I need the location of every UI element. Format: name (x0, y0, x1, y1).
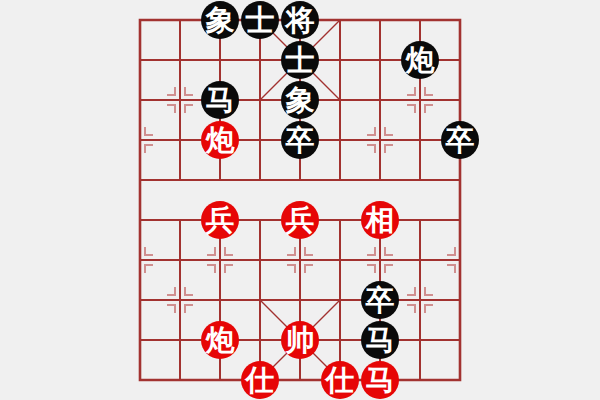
red-advisor-d10[interactable]: 仕 (241, 361, 279, 399)
red-soldier-c6[interactable]: 兵 (201, 201, 239, 239)
black-soldier-g8[interactable]: 卒 (361, 281, 399, 319)
red-horse-g10[interactable]: 马 (361, 361, 399, 399)
red-elephant-g6[interactable]: 相 (361, 201, 399, 239)
piece-layer: 象士将士炮马象炮卒卒兵兵相卒炮帅马仕仕马 (120, 0, 480, 400)
red-soldier-e6[interactable]: 兵 (281, 201, 319, 239)
black-horse-c3[interactable]: 马 (201, 81, 239, 119)
black-elephant-e3[interactable]: 象 (281, 81, 319, 119)
black-advisor-d1[interactable]: 士 (241, 1, 279, 39)
black-cannon-h2[interactable]: 炮 (401, 41, 439, 79)
app-background: 象士将士炮马象炮卒卒兵兵相卒炮帅马仕仕马 (0, 0, 600, 400)
black-advisor-e2[interactable]: 士 (281, 41, 319, 79)
red-general-e9[interactable]: 帅 (281, 321, 319, 359)
black-horse-g9[interactable]: 马 (361, 321, 399, 359)
red-advisor-f10[interactable]: 仕 (321, 361, 359, 399)
red-cannon-c9[interactable]: 炮 (201, 321, 239, 359)
black-soldier-e4[interactable]: 卒 (281, 121, 319, 159)
red-cannon-c4[interactable]: 炮 (201, 121, 239, 159)
black-soldier-i4[interactable]: 卒 (441, 121, 479, 159)
black-general-e1[interactable]: 将 (281, 1, 319, 39)
black-elephant-c1[interactable]: 象 (201, 1, 239, 39)
xiangqi-board[interactable]: 象士将士炮马象炮卒卒兵兵相卒炮帅马仕仕马 (0, 0, 600, 400)
